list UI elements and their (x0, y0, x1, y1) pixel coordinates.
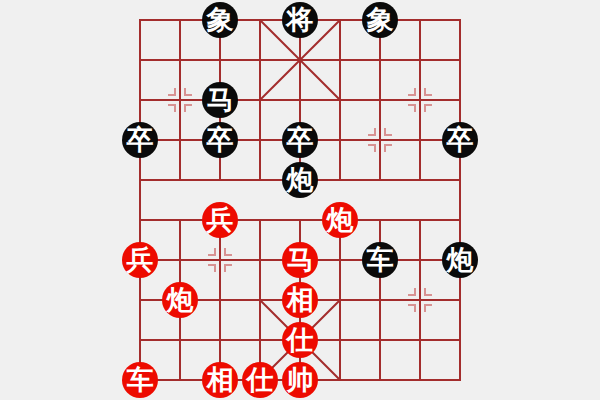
piece-red-elephant[interactable]: 相 (202, 362, 238, 398)
piece-glyph: 炮 (287, 167, 314, 194)
piece-black-general[interactable]: 将 (282, 2, 318, 38)
piece-red-advisor[interactable]: 仕 (242, 362, 278, 398)
point-marker (368, 144, 376, 152)
point-marker (408, 104, 416, 112)
point-marker (184, 88, 192, 96)
point-marker (168, 88, 176, 96)
piece-glyph: 兵 (127, 247, 154, 274)
piece-black-elephant[interactable]: 象 (202, 2, 238, 38)
point-marker (384, 144, 392, 152)
point-marker (424, 104, 432, 112)
piece-black-cannon[interactable]: 炮 (282, 162, 318, 198)
piece-red-horse[interactable]: 马 (282, 242, 318, 278)
piece-glyph: 仕 (287, 327, 314, 354)
piece-glyph: 相 (207, 367, 234, 394)
piece-glyph: 卒 (207, 127, 234, 154)
piece-glyph: 马 (207, 87, 234, 114)
piece-red-soldier[interactable]: 兵 (122, 242, 158, 278)
piece-glyph: 卒 (287, 127, 314, 154)
piece-glyph: 象 (367, 7, 394, 34)
piece-glyph: 炮 (167, 287, 194, 314)
piece-black-cannon[interactable]: 炮 (442, 242, 478, 278)
piece-glyph: 仕 (247, 367, 274, 394)
piece-glyph: 帅 (287, 367, 314, 394)
piece-glyph: 将 (287, 7, 314, 34)
vertical-line (179, 19, 181, 181)
point-marker (408, 88, 416, 96)
point-marker (208, 264, 216, 272)
piece-red-elephant[interactable]: 相 (282, 282, 318, 318)
piece-red-soldier[interactable]: 兵 (202, 202, 238, 238)
point-marker (424, 88, 432, 96)
vertical-line (139, 19, 141, 381)
vertical-line (419, 219, 421, 381)
piece-black-elephant[interactable]: 象 (362, 2, 398, 38)
piece-black-soldier[interactable]: 卒 (282, 122, 318, 158)
point-marker (424, 304, 432, 312)
piece-black-chariot[interactable]: 车 (362, 242, 398, 278)
point-marker (424, 288, 432, 296)
point-marker (208, 248, 216, 256)
piece-glyph: 卒 (447, 127, 474, 154)
piece-glyph: 车 (367, 247, 394, 274)
piece-black-horse[interactable]: 马 (202, 82, 238, 118)
piece-glyph: 炮 (447, 247, 474, 274)
point-marker (368, 128, 376, 136)
piece-glyph: 卒 (127, 127, 154, 154)
piece-red-chariot[interactable]: 车 (122, 362, 158, 398)
point-marker (184, 104, 192, 112)
vertical-line (379, 19, 381, 181)
vertical-line (459, 19, 461, 381)
point-marker (168, 104, 176, 112)
piece-black-soldier[interactable]: 卒 (122, 122, 158, 158)
piece-black-soldier[interactable]: 卒 (202, 122, 238, 158)
vertical-line (419, 19, 421, 181)
point-marker (224, 248, 232, 256)
piece-red-general[interactable]: 帅 (282, 362, 318, 398)
point-marker (408, 288, 416, 296)
piece-glyph: 炮 (327, 207, 354, 234)
piece-black-soldier[interactable]: 卒 (442, 122, 478, 158)
piece-red-advisor[interactable]: 仕 (282, 322, 318, 358)
piece-glyph: 马 (287, 247, 314, 274)
piece-red-cannon[interactable]: 炮 (322, 202, 358, 238)
piece-red-cannon[interactable]: 炮 (162, 282, 198, 318)
piece-glyph: 相 (287, 287, 314, 314)
point-marker (224, 264, 232, 272)
piece-glyph: 兵 (207, 207, 234, 234)
point-marker (384, 128, 392, 136)
point-marker (408, 304, 416, 312)
vertical-line (219, 219, 221, 381)
piece-glyph: 车 (127, 367, 154, 394)
piece-glyph: 象 (207, 7, 234, 34)
xiangqi-board: 象将象马卒卒卒卒炮车炮兵炮兵马炮相仕车相仕帅 (0, 0, 600, 400)
